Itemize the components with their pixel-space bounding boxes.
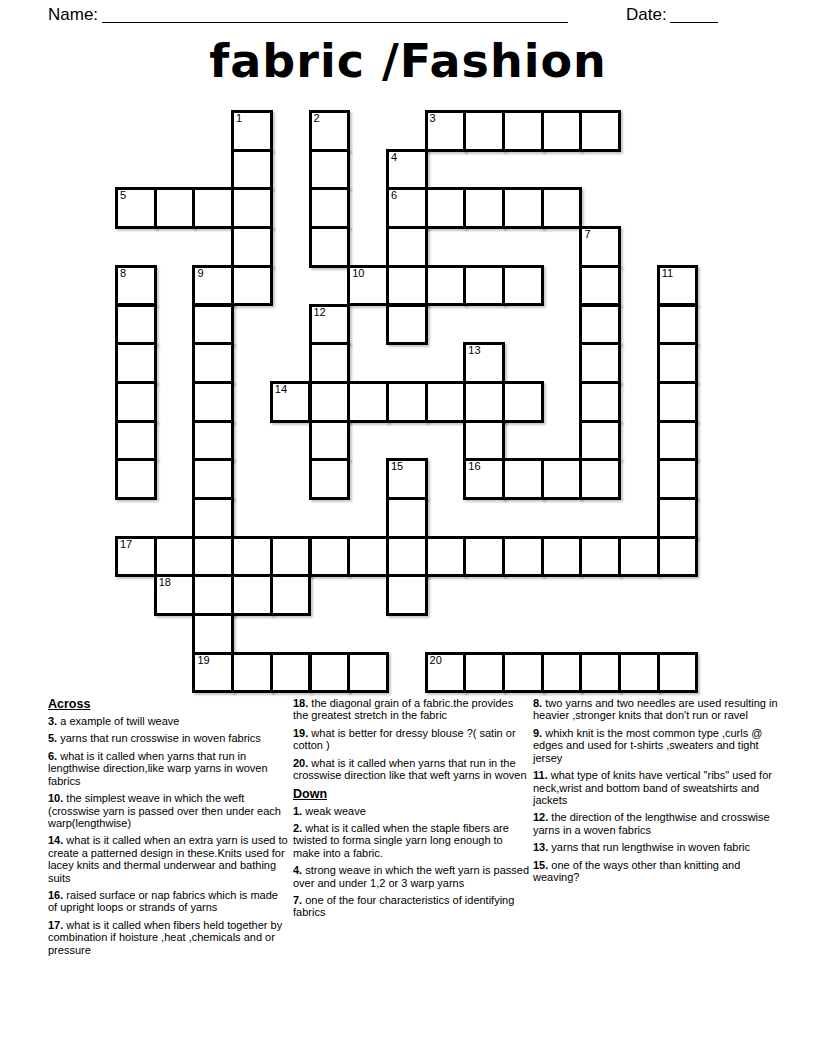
grid-cell[interactable] (657, 420, 699, 462)
grid-cell[interactable] (115, 304, 157, 346)
grid-cell[interactable] (657, 381, 699, 423)
cell-number: 15 (391, 460, 403, 473)
grid-cell[interactable] (425, 381, 467, 423)
grid-cell[interactable] (425, 536, 467, 578)
grid-cell[interactable] (463, 265, 505, 307)
down-clue-13: 13. yarns that run lengthwise in woven f… (533, 841, 785, 853)
down-clue-8: 8. two yarns and two needles are used re… (533, 697, 785, 722)
grid-cell[interactable] (192, 458, 234, 500)
grid-cell[interactable] (502, 110, 544, 152)
grid-cell[interactable]: 9 (192, 265, 234, 307)
cell-number: 16 (468, 460, 480, 473)
grid-cell[interactable] (425, 265, 467, 307)
across-clue-5: 5. yarns that run crosswise in woven fab… (48, 732, 288, 744)
across-clue-14: 14. what is it called when an extra yarn… (48, 834, 288, 884)
grid-cell[interactable] (541, 110, 583, 152)
grid-cell[interactable] (270, 574, 312, 616)
grid-cell[interactable] (231, 187, 273, 229)
grid-cell[interactable] (192, 613, 234, 655)
grid-cell[interactable] (657, 342, 699, 384)
grid-cell[interactable] (657, 536, 699, 578)
cell-number: 14 (275, 383, 287, 396)
grid-cell[interactable]: 15 (386, 458, 428, 500)
grid-cell[interactable] (115, 420, 157, 462)
crossword-grid: 1234567891011121314151617181920 (115, 110, 699, 694)
grid-cell[interactable] (347, 381, 389, 423)
grid-cell[interactable] (579, 652, 621, 694)
grid-cell[interactable]: 18 (154, 574, 196, 616)
grid-cell[interactable]: 20 (425, 652, 467, 694)
grid-cell[interactable]: 1 (231, 110, 273, 152)
grid-cell[interactable] (192, 574, 234, 616)
clue-column-down: 8. two yarns and two needles are used re… (533, 697, 785, 888)
cell-number: 8 (120, 267, 126, 280)
cell-number: 20 (430, 654, 442, 667)
grid-cell[interactable] (270, 536, 312, 578)
grid-cell[interactable] (115, 458, 157, 500)
grid-cell[interactable] (115, 381, 157, 423)
across-header: Across (48, 697, 288, 711)
grid-cell[interactable] (231, 226, 273, 268)
cell-number: 18 (159, 576, 171, 589)
across-clue-18: 18. the diagonal grain of a fabric.the p… (293, 697, 530, 722)
grid-cell[interactable] (231, 574, 273, 616)
grid-cell[interactable] (309, 226, 351, 268)
grid-cell[interactable] (386, 265, 428, 307)
grid-cell[interactable] (309, 420, 351, 462)
grid-cell[interactable] (309, 652, 351, 694)
grid-cell[interactable] (541, 187, 583, 229)
grid-cell[interactable] (309, 342, 351, 384)
grid-cell[interactable] (502, 187, 544, 229)
name-label: Name: (48, 5, 98, 25)
grid-cell[interactable] (386, 304, 428, 346)
grid-cell[interactable] (192, 497, 234, 539)
down-clue-11: 11. what type of knits have vertical "ri… (533, 769, 785, 806)
cell-number: 4 (391, 151, 397, 164)
across-clue-19: 19. what is better for dressy blouse ?( … (293, 727, 530, 752)
grid-cell[interactable] (309, 381, 351, 423)
grid-cell[interactable] (463, 381, 505, 423)
grid-cell[interactable] (463, 110, 505, 152)
grid-cell[interactable]: 8 (115, 265, 157, 307)
grid-cell[interactable] (502, 265, 544, 307)
across-clue-10: 10. the simplest weave in which the weft… (48, 792, 288, 829)
down-clue-2: 2. what is it called when the staple fib… (293, 822, 530, 859)
clue-column-across: Across3. a example of twill weave5. yarn… (48, 697, 288, 961)
grid-cell[interactable] (502, 458, 544, 500)
cell-number: 11 (662, 267, 673, 280)
cell-number: 2 (314, 112, 320, 125)
grid-cell[interactable] (579, 342, 621, 384)
cell-number: 3 (430, 112, 436, 125)
down-header: Down (293, 787, 530, 801)
grid-cell[interactable] (192, 420, 234, 462)
grid-cell[interactable]: 7 (579, 226, 621, 268)
page-title: fabric /Fashion (0, 34, 816, 88)
grid-cell[interactable] (502, 652, 544, 694)
down-clue-15: 15. one of the ways other than knitting … (533, 859, 785, 884)
grid-cell[interactable] (579, 265, 621, 307)
grid-cell[interactable] (618, 536, 660, 578)
grid-cell[interactable] (347, 652, 389, 694)
grid-cell[interactable] (579, 458, 621, 500)
grid-cell[interactable] (309, 149, 351, 191)
across-clue-17: 17. what is it called when fibers held t… (48, 919, 288, 956)
grid-cell[interactable] (541, 458, 583, 500)
grid-cell[interactable] (270, 652, 312, 694)
grid-cell[interactable] (231, 265, 273, 307)
grid-cell[interactable] (231, 536, 273, 578)
grid-cell[interactable]: 19 (192, 652, 234, 694)
across-clue-6: 6. what is it called when yarns that run… (48, 750, 288, 787)
cell-number: 6 (391, 189, 397, 202)
grid-cell[interactable] (309, 458, 351, 500)
grid-cell[interactable] (386, 536, 428, 578)
grid-cell[interactable] (192, 342, 234, 384)
grid-cell[interactable]: 2 (309, 110, 351, 152)
grid-cell[interactable]: 4 (386, 149, 428, 191)
grid-cell[interactable] (309, 536, 351, 578)
clue-column-middle: 18. the diagonal grain of a fabric.the p… (293, 697, 530, 924)
grid-cell[interactable] (154, 187, 196, 229)
across-clue-20: 20. what is it called when yarns that ru… (293, 757, 530, 782)
grid-cell[interactable] (463, 187, 505, 229)
grid-cell[interactable] (386, 574, 428, 616)
grid-cell[interactable]: 14 (270, 381, 312, 423)
grid-cell[interactable] (579, 536, 621, 578)
grid-cell[interactable] (154, 536, 196, 578)
grid-cell[interactable] (541, 536, 583, 578)
cell-number: 13 (468, 344, 480, 357)
grid-cell[interactable] (657, 652, 699, 694)
grid-cell[interactable] (463, 652, 505, 694)
cell-number: 19 (197, 654, 209, 667)
grid-cell[interactable] (386, 381, 428, 423)
cell-number: 5 (120, 189, 126, 202)
grid-cell[interactable] (115, 342, 157, 384)
grid-cell[interactable] (347, 536, 389, 578)
down-clue-1: 1. weak weave (293, 805, 530, 817)
across-clue-3: 3. a example of twill weave (48, 715, 288, 727)
grid-cell[interactable]: 10 (347, 265, 389, 307)
grid-cell[interactable] (579, 304, 621, 346)
cell-number: 7 (584, 228, 590, 241)
grid-cell[interactable]: 11 (657, 265, 699, 307)
down-clue-7: 7. one of the four characteristics of id… (293, 894, 530, 919)
grid-cell[interactable] (618, 652, 660, 694)
grid-cell[interactable] (192, 187, 234, 229)
grid-cell[interactable] (192, 536, 234, 578)
grid-cell[interactable]: 13 (463, 342, 505, 384)
grid-cell[interactable] (386, 497, 428, 539)
grid-cell[interactable] (425, 187, 467, 229)
grid-cell[interactable] (657, 304, 699, 346)
grid-cell[interactable] (502, 536, 544, 578)
cell-number: 1 (236, 112, 242, 125)
grid-cell[interactable] (231, 652, 273, 694)
grid-cell[interactable]: 12 (309, 304, 351, 346)
grid-cell[interactable]: 5 (115, 187, 157, 229)
cell-number: 12 (314, 306, 326, 319)
grid-cell[interactable] (541, 652, 583, 694)
grid-cell[interactable]: 6 (386, 187, 428, 229)
grid-cell[interactable] (502, 381, 544, 423)
cell-number: 9 (197, 267, 203, 280)
name-line (102, 22, 568, 23)
grid-cell[interactable] (579, 381, 621, 423)
date-line (670, 22, 718, 23)
date-label: Date: (626, 5, 667, 25)
grid-cell[interactable] (192, 304, 234, 346)
grid-cell[interactable] (386, 226, 428, 268)
grid-cell[interactable] (657, 497, 699, 539)
grid-cell[interactable] (192, 381, 234, 423)
grid-cell[interactable]: 3 (425, 110, 467, 152)
across-clue-16: 16. raised surface or nap fabrics which … (48, 889, 288, 914)
down-clue-4: 4. strong weave in which the weft yarn i… (293, 864, 530, 889)
grid-cell[interactable] (579, 110, 621, 152)
grid-cell[interactable] (657, 458, 699, 500)
grid-cell[interactable]: 17 (115, 536, 157, 578)
grid-cell[interactable] (463, 536, 505, 578)
cell-number: 10 (352, 267, 364, 280)
down-clue-12: 12. the direction of the lengthwise and … (533, 811, 785, 836)
grid-cell[interactable] (309, 187, 351, 229)
worksheet-page: Name: Date: fabric /Fashion 123456789101… (0, 0, 816, 1056)
grid-cell[interactable] (231, 149, 273, 191)
down-clue-9: 9. whixh knit is the most common type ,c… (533, 727, 785, 764)
grid-cell[interactable]: 16 (463, 458, 505, 500)
grid-cell[interactable] (579, 420, 621, 462)
cell-number: 17 (120, 538, 132, 551)
grid-cell[interactable] (463, 420, 505, 462)
